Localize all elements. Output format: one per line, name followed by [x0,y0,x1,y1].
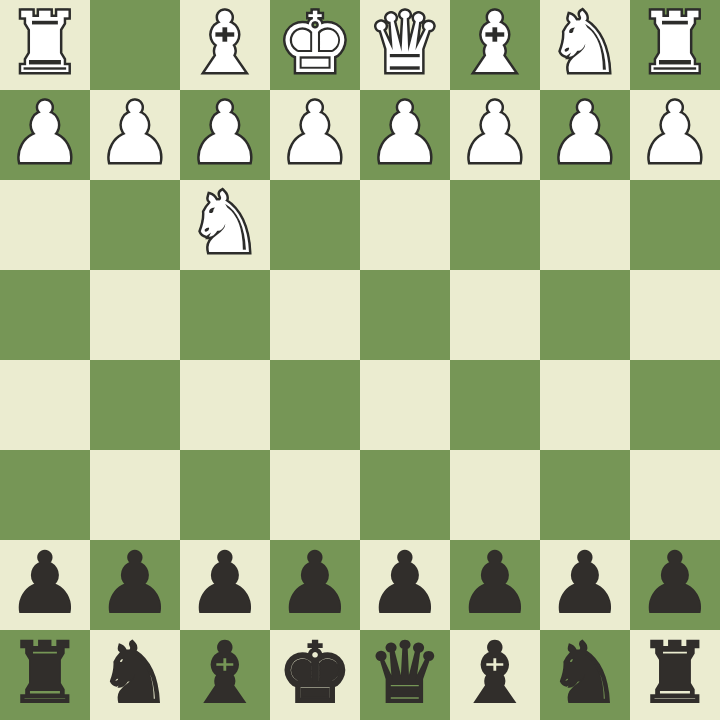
square-h7[interactable]: ♟ [0,540,90,630]
white-queen[interactable]: ♛ [367,1,442,85]
square-h4[interactable] [0,270,90,360]
square-h3[interactable] [0,180,90,270]
black-knight[interactable]: ♞ [97,631,172,715]
square-f7[interactable]: ♟ [180,540,270,630]
black-bishop[interactable]: ♝ [187,631,262,715]
square-f3[interactable]: ♞ [180,180,270,270]
square-a8[interactable]: ♜ [630,630,720,720]
square-e3[interactable] [270,180,360,270]
square-c6[interactable] [450,450,540,540]
square-f6[interactable] [180,450,270,540]
white-king[interactable]: ♚ [277,1,352,85]
square-d1[interactable]: ♛ [360,0,450,90]
white-bishop[interactable]: ♝ [457,1,532,85]
black-pawn[interactable]: ♟ [7,541,82,625]
square-d7[interactable]: ♟ [360,540,450,630]
square-f1[interactable]: ♝ [180,0,270,90]
square-a5[interactable] [630,360,720,450]
white-rook[interactable]: ♜ [7,1,82,85]
black-pawn[interactable]: ♟ [637,541,712,625]
black-bishop[interactable]: ♝ [457,631,532,715]
black-knight[interactable]: ♞ [547,631,622,715]
square-e2[interactable]: ♟ [270,90,360,180]
square-f4[interactable] [180,270,270,360]
white-knight[interactable]: ♞ [187,181,262,265]
square-g1[interactable] [90,0,180,90]
square-b7[interactable]: ♟ [540,540,630,630]
white-pawn[interactable]: ♟ [277,91,352,175]
white-pawn[interactable]: ♟ [367,91,442,175]
square-g8[interactable]: ♞ [90,630,180,720]
white-knight[interactable]: ♞ [547,1,622,85]
black-pawn[interactable]: ♟ [277,541,352,625]
square-c5[interactable] [450,360,540,450]
square-b8[interactable]: ♞ [540,630,630,720]
black-pawn[interactable]: ♟ [547,541,622,625]
square-a7[interactable]: ♟ [630,540,720,630]
chess-board: ♜♝♚♛♝♞♜♟♟♟♟♟♟♟♟♞♟♟♟♟♟♟♟♟♜♞♝♚♛♝♞♜ [0,0,720,720]
white-pawn[interactable]: ♟ [637,91,712,175]
square-e7[interactable]: ♟ [270,540,360,630]
square-c8[interactable]: ♝ [450,630,540,720]
square-h2[interactable]: ♟ [0,90,90,180]
square-c1[interactable]: ♝ [450,0,540,90]
square-g3[interactable] [90,180,180,270]
black-pawn[interactable]: ♟ [97,541,172,625]
square-b4[interactable] [540,270,630,360]
square-c3[interactable] [450,180,540,270]
square-g6[interactable] [90,450,180,540]
square-a6[interactable] [630,450,720,540]
square-f8[interactable]: ♝ [180,630,270,720]
black-rook[interactable]: ♜ [7,631,82,715]
square-g2[interactable]: ♟ [90,90,180,180]
square-g5[interactable] [90,360,180,450]
white-pawn[interactable]: ♟ [457,91,532,175]
square-b1[interactable]: ♞ [540,0,630,90]
black-pawn[interactable]: ♟ [457,541,532,625]
square-e5[interactable] [270,360,360,450]
square-d4[interactable] [360,270,450,360]
square-h5[interactable] [0,360,90,450]
square-e8[interactable]: ♚ [270,630,360,720]
black-pawn[interactable]: ♟ [187,541,262,625]
square-d5[interactable] [360,360,450,450]
square-d8[interactable]: ♛ [360,630,450,720]
square-e1[interactable]: ♚ [270,0,360,90]
black-pawn[interactable]: ♟ [367,541,442,625]
square-c7[interactable]: ♟ [450,540,540,630]
square-a1[interactable]: ♜ [630,0,720,90]
square-h8[interactable]: ♜ [0,630,90,720]
square-a4[interactable] [630,270,720,360]
square-f5[interactable] [180,360,270,450]
square-b5[interactable] [540,360,630,450]
square-e6[interactable] [270,450,360,540]
chess-board-container: ♜♝♚♛♝♞♜♟♟♟♟♟♟♟♟♞♟♟♟♟♟♟♟♟♜♞♝♚♛♝♞♜ [0,0,720,720]
white-pawn[interactable]: ♟ [7,91,82,175]
white-pawn[interactable]: ♟ [97,91,172,175]
square-a2[interactable]: ♟ [630,90,720,180]
black-queen[interactable]: ♛ [367,631,442,715]
black-king[interactable]: ♚ [277,631,352,715]
square-g7[interactable]: ♟ [90,540,180,630]
square-b6[interactable] [540,450,630,540]
square-e4[interactable] [270,270,360,360]
white-pawn[interactable]: ♟ [547,91,622,175]
square-b2[interactable]: ♟ [540,90,630,180]
black-rook[interactable]: ♜ [637,631,712,715]
square-d6[interactable] [360,450,450,540]
square-h6[interactable] [0,450,90,540]
square-d2[interactable]: ♟ [360,90,450,180]
square-a3[interactable] [630,180,720,270]
square-b3[interactable] [540,180,630,270]
square-c2[interactable]: ♟ [450,90,540,180]
square-g4[interactable] [90,270,180,360]
square-c4[interactable] [450,270,540,360]
square-d3[interactable] [360,180,450,270]
square-h1[interactable]: ♜ [0,0,90,90]
white-rook[interactable]: ♜ [637,1,712,85]
white-bishop[interactable]: ♝ [187,1,262,85]
square-f2[interactable]: ♟ [180,90,270,180]
white-pawn[interactable]: ♟ [187,91,262,175]
